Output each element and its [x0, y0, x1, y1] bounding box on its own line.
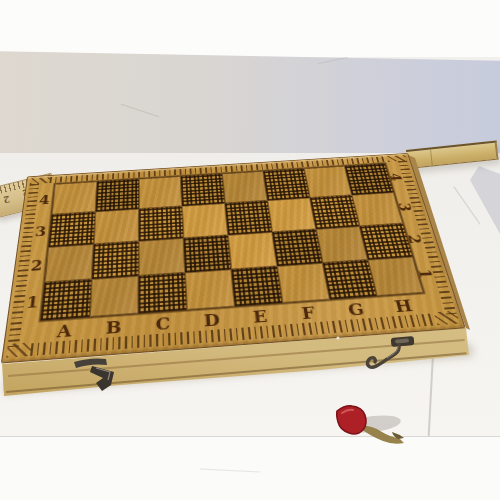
rosebud	[336, 336, 404, 443]
photo-scene: 2 2 4321 4321 ABCDEFGH	[0, 0, 500, 500]
clasp-right-hook	[367, 336, 414, 367]
clasp-left	[74, 358, 114, 391]
foreground-overlay	[0, 0, 500, 500]
